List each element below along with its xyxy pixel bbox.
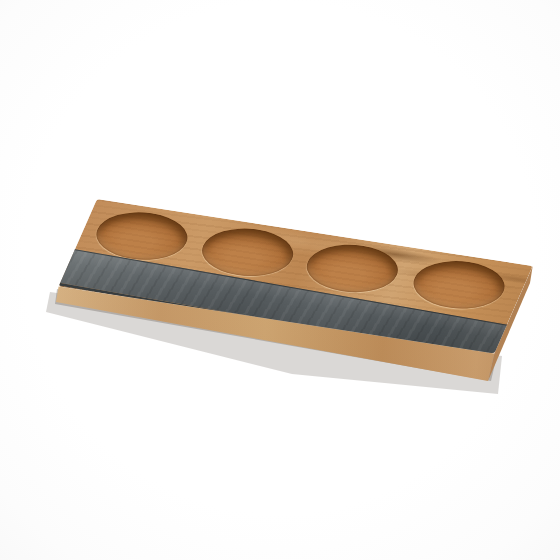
product-photo: Product photo of a long rectangular acac… bbox=[0, 0, 560, 560]
